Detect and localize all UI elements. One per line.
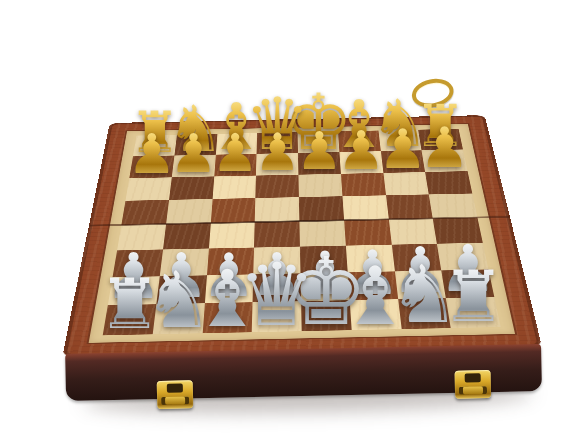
piece-gold-pawn-b7[interactable]: ♟ <box>170 127 218 181</box>
piece-gold-pawn-e7[interactable]: ♟ <box>296 125 343 177</box>
chess-set-photo: ♜♞♝♛♚♝♞♜♟♟♟♟♟♟♟♟♟♟♟♟♟♟♟♟♜♞♝♛♚♝♞♜ <box>0 0 585 440</box>
piece-gold-pawn-d7[interactable]: ♟ <box>254 127 300 179</box>
piece-gold-pawn-c7[interactable]: ♟ <box>212 127 259 179</box>
pieces-layer: ♜♞♝♛♚♝♞♜♟♟♟♟♟♟♟♟♟♟♟♟♟♟♟♟♜♞♝♛♚♝♞♜ <box>0 0 585 440</box>
piece-silver-rook-a1[interactable]: ♜ <box>98 270 160 339</box>
piece-gold-pawn-h7[interactable]: ♟ <box>420 120 470 176</box>
piece-gold-pawn-a7[interactable]: ♟ <box>127 127 176 182</box>
piece-gold-pawn-f7[interactable]: ♟ <box>337 124 385 177</box>
